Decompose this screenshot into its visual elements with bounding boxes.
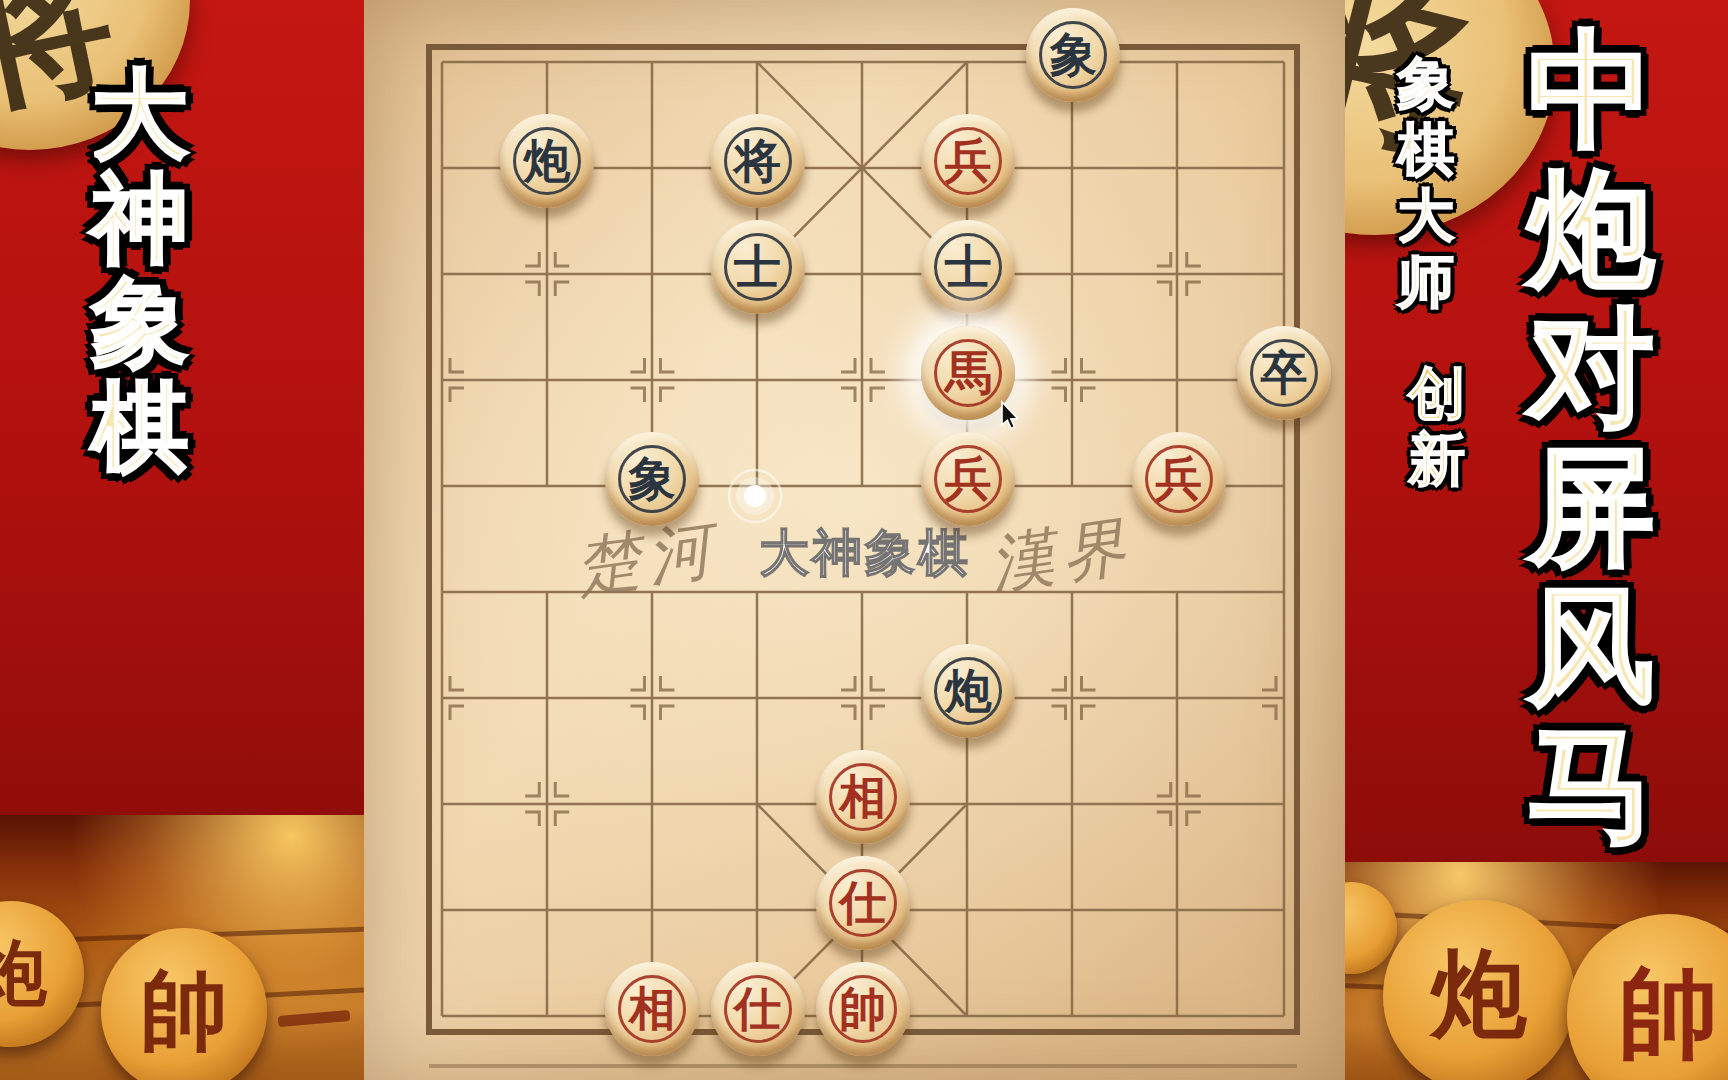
piece-character: 仕 bbox=[816, 856, 910, 950]
app-screen: 楚河 漢界 大神象棋 象炮将兵士士馬卒象兵兵炮相仕相仕帥 将 大神象棋 炮 bbox=[0, 0, 1728, 1080]
left-banner-title: 大神象棋 bbox=[78, 62, 202, 478]
piece-red-馬[interactable]: 馬 bbox=[921, 326, 1015, 420]
piece-character: 馬 bbox=[921, 326, 1015, 420]
piece-character: 象 bbox=[605, 432, 699, 526]
right-banner-badge: 创新 bbox=[1400, 360, 1474, 492]
right-banner-subtitle: 象棋大师 bbox=[1389, 50, 1463, 314]
right-banner-panel: 将 象棋大师 创新 中炮对屏风马 炮 帥 bbox=[1345, 0, 1728, 1080]
piece-layer: 象炮将兵士士馬卒象兵兵炮相仕相仕帥 bbox=[389, 9, 1337, 1069]
piece-character: 仕 bbox=[711, 962, 805, 1056]
piece-character: 炮 bbox=[921, 644, 1015, 738]
piece-red-兵[interactable]: 兵 bbox=[921, 432, 1015, 526]
left-panel-photo: 炮 帥 bbox=[0, 815, 364, 1080]
piece-character: 士 bbox=[711, 220, 805, 314]
piece-red-帥[interactable]: 帥 bbox=[816, 962, 910, 1056]
piece-black-炮[interactable]: 炮 bbox=[500, 114, 594, 208]
piece-black-士[interactable]: 士 bbox=[921, 220, 1015, 314]
piece-character: 士 bbox=[921, 220, 1015, 314]
piece-red-兵[interactable]: 兵 bbox=[921, 114, 1015, 208]
piece-black-炮[interactable]: 炮 bbox=[921, 644, 1015, 738]
piece-character: 相 bbox=[605, 962, 699, 1056]
right-banner-title: 中炮对屏风马 bbox=[1515, 20, 1667, 854]
right-panel-photo: 炮 帥 bbox=[1345, 862, 1728, 1080]
piece-character: 帥 bbox=[816, 962, 910, 1056]
piece-black-将[interactable]: 将 bbox=[711, 114, 805, 208]
left-photo-dash bbox=[278, 1010, 351, 1027]
piece-black-卒[interactable]: 卒 bbox=[1237, 326, 1331, 420]
left-banner-panel: 将 大神象棋 炮 帥 bbox=[0, 0, 364, 1080]
piece-black-象[interactable]: 象 bbox=[605, 432, 699, 526]
piece-black-士[interactable]: 士 bbox=[711, 220, 805, 314]
piece-character: 兵 bbox=[1132, 432, 1226, 526]
piece-character: 炮 bbox=[500, 114, 594, 208]
left-photo-piece-general: 帥 bbox=[101, 928, 267, 1080]
piece-red-仕[interactable]: 仕 bbox=[816, 856, 910, 950]
piece-red-兵[interactable]: 兵 bbox=[1132, 432, 1226, 526]
right-photo-piece-general: 帥 bbox=[1567, 914, 1728, 1080]
piece-black-象[interactable]: 象 bbox=[1026, 8, 1120, 102]
piece-character: 相 bbox=[816, 750, 910, 844]
piece-red-仕[interactable]: 仕 bbox=[711, 962, 805, 1056]
piece-character: 象 bbox=[1026, 8, 1120, 102]
left-photo-piece-cannon: 炮 bbox=[0, 901, 84, 1047]
piece-character: 兵 bbox=[921, 432, 1015, 526]
piece-character: 兵 bbox=[921, 114, 1015, 208]
piece-character: 将 bbox=[711, 114, 805, 208]
piece-character: 卒 bbox=[1237, 326, 1331, 420]
right-photo-piece-cannon: 炮 bbox=[1383, 900, 1575, 1080]
piece-red-相[interactable]: 相 bbox=[605, 962, 699, 1056]
piece-red-相[interactable]: 相 bbox=[816, 750, 910, 844]
